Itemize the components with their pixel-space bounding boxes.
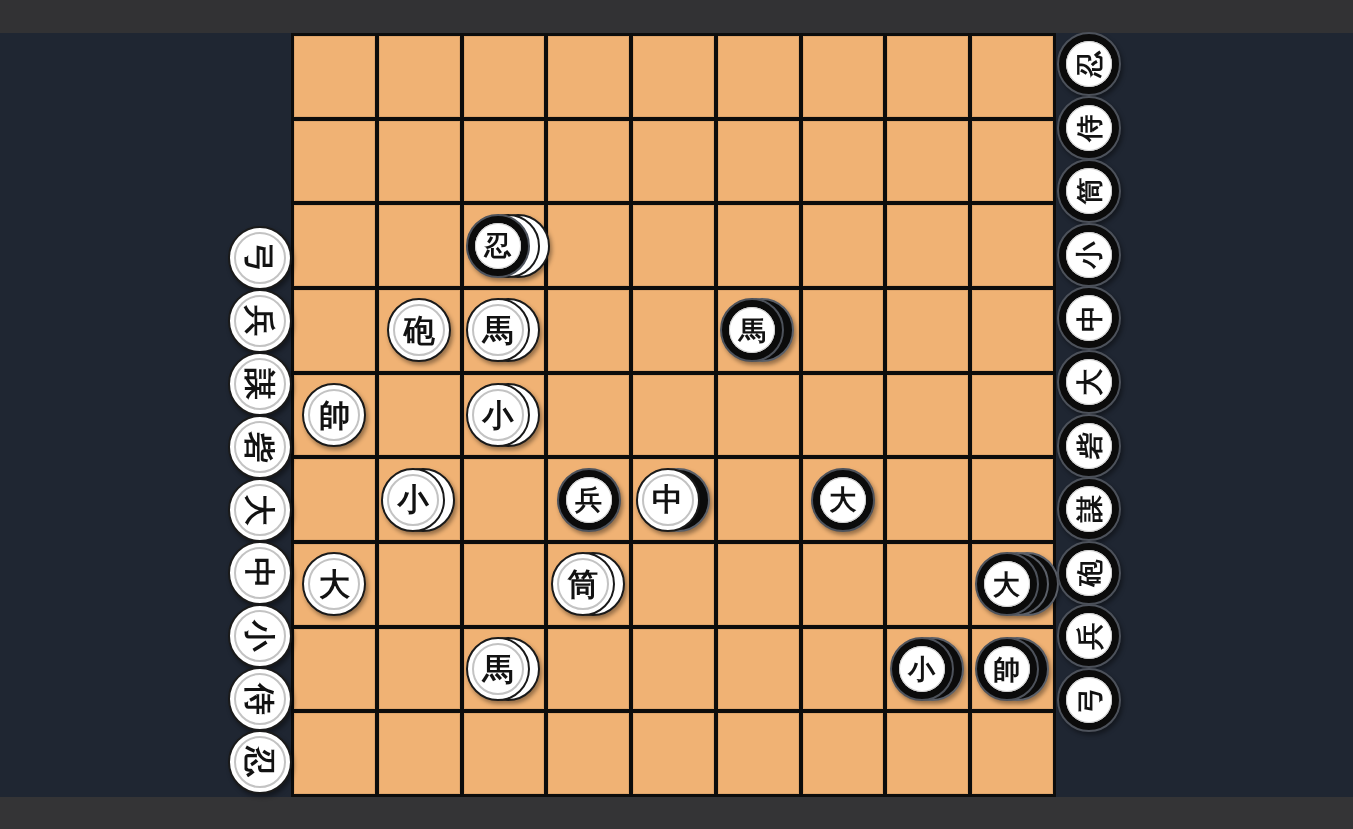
board-cell[interactable] bbox=[718, 459, 799, 540]
piece-kanji-glyph: 兵 bbox=[230, 291, 290, 351]
tray-piece[interactable]: 忍 bbox=[1057, 32, 1121, 96]
white-piece-disc: 侍 bbox=[228, 667, 292, 731]
board-cell[interactable] bbox=[379, 629, 460, 710]
piece-kanji-glyph: 大 bbox=[230, 480, 290, 540]
piece-kanji-glyph: 弓 bbox=[230, 228, 290, 288]
board-cell[interactable] bbox=[718, 205, 799, 286]
board-cell[interactable] bbox=[803, 290, 884, 371]
board-cell[interactable] bbox=[887, 36, 968, 117]
board-piece[interactable]: 中 bbox=[636, 468, 700, 532]
tray-piece[interactable]: 兵 bbox=[228, 289, 292, 353]
tray-piece[interactable]: 大 bbox=[228, 478, 292, 542]
white-piece-disc: 中 bbox=[636, 468, 700, 532]
black-piece-disc: 帥 bbox=[975, 637, 1039, 701]
board-cell[interactable] bbox=[633, 713, 714, 794]
black-piece-disc: 馬 bbox=[720, 298, 784, 362]
black-piece-disc: 筒 bbox=[1057, 159, 1121, 223]
tray-piece[interactable]: 小 bbox=[228, 604, 292, 668]
piece-kanji-glyph: 大 bbox=[813, 470, 873, 530]
piece-kanji-glyph: 馬 bbox=[468, 639, 528, 699]
board-cell[interactable] bbox=[294, 713, 375, 794]
board-cell[interactable] bbox=[803, 544, 884, 625]
board-cell[interactable] bbox=[379, 375, 460, 456]
black-piece-disc: 弓 bbox=[1057, 668, 1121, 732]
piece-kanji-glyph: 侍 bbox=[1059, 98, 1119, 158]
board-cell[interactable] bbox=[633, 375, 714, 456]
piece-kanji-glyph: 大 bbox=[304, 554, 364, 614]
black-piece-disc: 大 bbox=[811, 468, 875, 532]
white-piece-disc: 弓 bbox=[228, 226, 292, 290]
piece-kanji-glyph: 兵 bbox=[559, 470, 619, 530]
board-cell[interactable] bbox=[803, 205, 884, 286]
white-piece-disc: 砲 bbox=[387, 298, 451, 362]
piece-kanji-glyph: 帥 bbox=[304, 385, 364, 445]
piece-kanji-glyph: 砦 bbox=[230, 417, 290, 477]
board-cell[interactable] bbox=[379, 205, 460, 286]
piece-kanji-glyph: 筒 bbox=[1059, 161, 1119, 221]
board-cell[interactable] bbox=[548, 121, 629, 202]
white-piece-disc: 小 bbox=[466, 383, 530, 447]
board-piece[interactable]: 大 bbox=[302, 552, 366, 616]
tray-piece[interactable]: 砲 bbox=[1057, 541, 1121, 605]
bottom-bar bbox=[0, 797, 1353, 829]
white-piece-disc: 大 bbox=[302, 552, 366, 616]
board-piece[interactable]: 小 bbox=[381, 468, 445, 532]
white-piece-disc: 忍 bbox=[228, 730, 292, 794]
tray-piece[interactable]: 筒 bbox=[1057, 159, 1121, 223]
board-piece[interactable]: 馬 bbox=[720, 298, 784, 362]
board-cell[interactable] bbox=[718, 629, 799, 710]
tray-piece[interactable]: 兵 bbox=[1057, 604, 1121, 668]
board-cell[interactable] bbox=[548, 713, 629, 794]
board-piece[interactable]: 砲 bbox=[387, 298, 451, 362]
board-cell[interactable] bbox=[548, 375, 629, 456]
black-piece-disc: 小 bbox=[890, 637, 954, 701]
board-cell[interactable] bbox=[633, 205, 714, 286]
board-cell[interactable] bbox=[803, 36, 884, 117]
piece-kanji-glyph: 忍 bbox=[1059, 34, 1119, 94]
board-cell[interactable] bbox=[803, 121, 884, 202]
board-cell[interactable] bbox=[633, 544, 714, 625]
board-cell[interactable] bbox=[803, 713, 884, 794]
board-piece[interactable]: 忍 bbox=[466, 214, 530, 278]
board-cell[interactable] bbox=[548, 205, 629, 286]
piece-kanji-glyph: 馬 bbox=[468, 300, 528, 360]
board-cell[interactable] bbox=[718, 713, 799, 794]
piece-kanji-glyph: 砲 bbox=[389, 300, 449, 360]
board-cell[interactable] bbox=[803, 375, 884, 456]
black-piece-disc: 侍 bbox=[1057, 96, 1121, 160]
tray-piece[interactable]: 大 bbox=[1057, 350, 1121, 414]
black-piece-disc: 兵 bbox=[1057, 604, 1121, 668]
piece-kanji-glyph: 忍 bbox=[468, 216, 528, 276]
piece-kanji-glyph: 忍 bbox=[230, 732, 290, 792]
board-cell[interactable] bbox=[803, 629, 884, 710]
board-cell[interactable] bbox=[972, 290, 1053, 371]
board-cell[interactable] bbox=[294, 629, 375, 710]
board-cell[interactable] bbox=[379, 121, 460, 202]
piece-kanji-glyph: 砲 bbox=[1059, 543, 1119, 603]
piece-kanji-glyph: 大 bbox=[1059, 352, 1119, 412]
piece-kanji-glyph: 小 bbox=[468, 385, 528, 445]
board-piece[interactable]: 筒 bbox=[551, 552, 615, 616]
black-piece-disc: 砦 bbox=[1057, 414, 1121, 478]
piece-kanji-glyph: 小 bbox=[383, 470, 443, 530]
piece-kanji-glyph: 帥 bbox=[977, 639, 1037, 699]
black-piece-disc: 中 bbox=[1057, 286, 1121, 350]
tray-piece[interactable]: 謀 bbox=[1057, 477, 1121, 541]
board-cell[interactable] bbox=[972, 459, 1053, 540]
board-cell[interactable] bbox=[294, 121, 375, 202]
white-piece-disc: 砦 bbox=[228, 415, 292, 479]
board-piece[interactable]: 小 bbox=[890, 637, 954, 701]
tray-piece[interactable]: 侍 bbox=[228, 667, 292, 731]
white-piece-disc: 大 bbox=[228, 478, 292, 542]
board-cell[interactable] bbox=[972, 205, 1053, 286]
board-cell[interactable] bbox=[972, 121, 1053, 202]
board-cell[interactable] bbox=[887, 205, 968, 286]
board-cell[interactable] bbox=[887, 544, 968, 625]
board-cell[interactable] bbox=[972, 713, 1053, 794]
black-piece-disc: 大 bbox=[975, 552, 1039, 616]
piece-kanji-glyph: 小 bbox=[1059, 225, 1119, 285]
black-piece-disc: 忍 bbox=[466, 214, 530, 278]
board-cell[interactable] bbox=[633, 629, 714, 710]
tray-piece[interactable]: 砦 bbox=[228, 415, 292, 479]
black-piece-disc: 兵 bbox=[557, 468, 621, 532]
board-cell[interactable] bbox=[718, 121, 799, 202]
board-cell[interactable] bbox=[718, 36, 799, 117]
black-piece-disc: 小 bbox=[1057, 223, 1121, 287]
board-cell[interactable] bbox=[294, 290, 375, 371]
tray-piece[interactable]: 弓 bbox=[1057, 668, 1121, 732]
board-cell[interactable] bbox=[887, 375, 968, 456]
white-piece-disc: 筒 bbox=[551, 552, 615, 616]
board-piece[interactable]: 馬 bbox=[466, 298, 530, 362]
tray-piece[interactable]: 小 bbox=[1057, 223, 1121, 287]
board-cell[interactable] bbox=[633, 290, 714, 371]
board-cell[interactable] bbox=[294, 36, 375, 117]
tray-piece[interactable]: 侍 bbox=[1057, 96, 1121, 160]
board-cell[interactable] bbox=[548, 290, 629, 371]
board-cell[interactable] bbox=[887, 121, 968, 202]
board-cell[interactable] bbox=[548, 36, 629, 117]
board-cell[interactable] bbox=[464, 36, 545, 117]
black-piece-disc: 大 bbox=[1057, 350, 1121, 414]
piece-kanji-glyph: 中 bbox=[638, 470, 698, 530]
tray-piece[interactable]: 砦 bbox=[1057, 414, 1121, 478]
board-cell[interactable] bbox=[718, 544, 799, 625]
piece-kanji-glyph: 砦 bbox=[1059, 416, 1119, 476]
board-cell[interactable] bbox=[972, 36, 1053, 117]
board-piece[interactable]: 大 bbox=[975, 552, 1039, 616]
piece-kanji-glyph: 中 bbox=[1059, 288, 1119, 348]
piece-kanji-glyph: 兵 bbox=[1059, 606, 1119, 666]
piece-kanji-glyph: 小 bbox=[892, 639, 952, 699]
board-piece[interactable]: 兵 bbox=[557, 468, 621, 532]
white-piece-disc: 帥 bbox=[302, 383, 366, 447]
piece-kanji-glyph: 馬 bbox=[722, 300, 782, 360]
tray-piece[interactable]: 謀 bbox=[228, 352, 292, 416]
gungi-game-screen: 忍砲馬馬帥小小兵中大大筒大馬小帥弓兵謀砦大中小侍忍忍侍筒小中大砦謀砲兵弓 bbox=[0, 0, 1353, 829]
board-cell[interactable] bbox=[379, 713, 460, 794]
board-cell[interactable] bbox=[972, 375, 1053, 456]
white-piece-disc: 謀 bbox=[228, 352, 292, 416]
board-cell[interactable] bbox=[887, 290, 968, 371]
tray-piece[interactable]: 中 bbox=[228, 541, 292, 605]
white-piece-disc: 馬 bbox=[466, 298, 530, 362]
tray-piece[interactable]: 忍 bbox=[228, 730, 292, 794]
board-cell[interactable] bbox=[464, 459, 545, 540]
black-piece-disc: 砲 bbox=[1057, 541, 1121, 605]
board-piece[interactable]: 帥 bbox=[302, 383, 366, 447]
piece-kanji-glyph: 侍 bbox=[230, 669, 290, 729]
board-cell[interactable] bbox=[464, 713, 545, 794]
piece-kanji-glyph: 筒 bbox=[553, 554, 613, 614]
piece-kanji-glyph: 大 bbox=[977, 554, 1037, 614]
board-piece[interactable]: 帥 bbox=[975, 637, 1039, 701]
board-cell[interactable] bbox=[464, 544, 545, 625]
board-piece[interactable]: 小 bbox=[466, 383, 530, 447]
white-piece-disc: 馬 bbox=[466, 637, 530, 701]
piece-kanji-glyph: 謀 bbox=[1059, 479, 1119, 539]
top-bar bbox=[0, 0, 1353, 33]
board-cell[interactable] bbox=[887, 713, 968, 794]
board-piece[interactable]: 馬 bbox=[466, 637, 530, 701]
board-cell[interactable] bbox=[887, 459, 968, 540]
board-cell[interactable] bbox=[294, 205, 375, 286]
black-piece-disc: 謀 bbox=[1057, 477, 1121, 541]
board-cell[interactable] bbox=[633, 121, 714, 202]
white-piece-disc: 兵 bbox=[228, 289, 292, 353]
board-piece[interactable]: 大 bbox=[811, 468, 875, 532]
board-cell[interactable] bbox=[464, 121, 545, 202]
black-piece-disc: 忍 bbox=[1057, 32, 1121, 96]
board-cell[interactable] bbox=[294, 459, 375, 540]
piece-kanji-glyph: 中 bbox=[230, 543, 290, 603]
board-cell[interactable] bbox=[379, 544, 460, 625]
board-cell[interactable] bbox=[633, 36, 714, 117]
tray-piece[interactable]: 弓 bbox=[228, 226, 292, 290]
white-piece-disc: 小 bbox=[381, 468, 445, 532]
white-piece-disc: 中 bbox=[228, 541, 292, 605]
board-cell[interactable] bbox=[379, 36, 460, 117]
board-cell[interactable] bbox=[718, 375, 799, 456]
piece-kanji-glyph: 弓 bbox=[1059, 670, 1119, 730]
tray-piece[interactable]: 中 bbox=[1057, 286, 1121, 350]
piece-kanji-glyph: 小 bbox=[230, 606, 290, 666]
white-piece-disc: 小 bbox=[228, 604, 292, 668]
piece-kanji-glyph: 謀 bbox=[230, 354, 290, 414]
board-cell[interactable] bbox=[548, 629, 629, 710]
